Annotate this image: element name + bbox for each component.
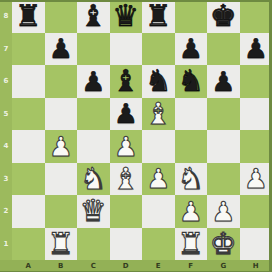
square-f7[interactable]: ♟ [175,33,208,66]
square-f8[interactable] [175,0,208,33]
chess-board-frame: ♜♝♛♜♚♟♟♟♟♝♞♞♟♟♝♟♟♞♝♟♞♟♛♟♟♜♜♚ 87654321 AB… [0,0,272,272]
square-d2[interactable] [110,195,143,228]
piece-white-pawn[interactable]: ♟ [179,198,203,225]
square-c3[interactable]: ♞ [77,163,110,196]
square-g3[interactable] [207,163,240,196]
rank-coordinates: 87654321 [0,0,12,260]
board-border-top [0,0,272,2]
piece-white-rook[interactable]: ♜ [177,229,204,259]
piece-black-bishop[interactable]: ♝ [112,66,139,96]
piece-white-rook[interactable]: ♜ [47,229,74,259]
piece-black-pawn[interactable]: ♟ [211,68,235,95]
square-g6[interactable]: ♟ [207,65,240,98]
piece-white-king[interactable]: ♚ [210,229,237,259]
square-f4[interactable] [175,130,208,163]
piece-black-pawn[interactable]: ♟ [179,35,203,62]
board-border-right [269,0,272,272]
piece-white-pawn[interactable]: ♟ [211,198,235,225]
square-e3[interactable]: ♟ [142,163,175,196]
rank-label-1: 1 [0,228,12,261]
piece-white-knight[interactable]: ♞ [80,164,107,194]
square-b8[interactable] [45,0,78,33]
square-d1[interactable] [110,228,143,261]
square-g4[interactable] [207,130,240,163]
piece-black-pawn[interactable]: ♟ [244,35,268,62]
square-a5[interactable] [12,98,45,131]
square-d6[interactable]: ♝ [110,65,143,98]
chess-board: ♜♝♛♜♚♟♟♟♟♝♞♞♟♟♝♟♟♞♝♟♞♟♛♟♟♜♜♚ [12,0,272,260]
square-c8[interactable]: ♝ [77,0,110,33]
piece-black-rook[interactable]: ♜ [145,1,172,31]
rank-label-6: 6 [0,65,12,98]
piece-black-knight[interactable]: ♞ [145,66,172,96]
square-h2[interactable] [240,195,273,228]
square-c7[interactable] [77,33,110,66]
square-e2[interactable] [142,195,175,228]
square-h3[interactable]: ♟ [240,163,273,196]
piece-black-knight[interactable]: ♞ [177,66,204,96]
rank-label-3: 3 [0,163,12,196]
rank-label-7: 7 [0,33,12,66]
square-a4[interactable] [12,130,45,163]
piece-black-pawn[interactable]: ♟ [81,68,105,95]
square-g5[interactable] [207,98,240,131]
square-b2[interactable] [45,195,78,228]
square-b4[interactable]: ♟ [45,130,78,163]
piece-white-pawn[interactable]: ♟ [49,133,73,160]
square-c1[interactable] [77,228,110,261]
piece-white-knight[interactable]: ♞ [177,164,204,194]
rank-label-2: 2 [0,195,12,228]
piece-white-pawn[interactable]: ♟ [146,165,170,192]
piece-white-bishop[interactable]: ♝ [145,99,172,129]
square-e6[interactable]: ♞ [142,65,175,98]
square-e5[interactable]: ♝ [142,98,175,131]
square-d7[interactable] [110,33,143,66]
piece-white-queen[interactable]: ♛ [80,196,107,226]
square-h4[interactable] [240,130,273,163]
piece-white-bishop[interactable]: ♝ [112,164,139,194]
piece-white-pawn[interactable]: ♟ [114,133,138,160]
square-h8[interactable] [240,0,273,33]
square-e8[interactable]: ♜ [142,0,175,33]
square-f1[interactable]: ♜ [175,228,208,261]
square-h7[interactable]: ♟ [240,33,273,66]
square-g1[interactable]: ♚ [207,228,240,261]
square-a7[interactable] [12,33,45,66]
piece-black-bishop[interactable]: ♝ [80,1,107,31]
square-f6[interactable]: ♞ [175,65,208,98]
square-c6[interactable]: ♟ [77,65,110,98]
piece-white-pawn[interactable]: ♟ [244,165,268,192]
square-a3[interactable] [12,163,45,196]
piece-black-king[interactable]: ♚ [210,1,237,31]
square-b6[interactable] [45,65,78,98]
square-g2[interactable]: ♟ [207,195,240,228]
square-f5[interactable] [175,98,208,131]
square-e7[interactable] [142,33,175,66]
piece-black-pawn[interactable]: ♟ [49,35,73,62]
square-b1[interactable]: ♜ [45,228,78,261]
square-a8[interactable]: ♜ [12,0,45,33]
square-e1[interactable] [142,228,175,261]
square-d4[interactable]: ♟ [110,130,143,163]
piece-black-queen[interactable]: ♛ [112,1,139,31]
square-h1[interactable] [240,228,273,261]
square-e4[interactable] [142,130,175,163]
rank-label-8: 8 [0,0,12,33]
square-a6[interactable] [12,65,45,98]
square-d5[interactable]: ♟ [110,98,143,131]
piece-black-pawn[interactable]: ♟ [114,100,138,127]
square-c4[interactable] [77,130,110,163]
rank-label-4: 4 [0,130,12,163]
square-c5[interactable] [77,98,110,131]
rank-label-5: 5 [0,98,12,131]
square-c2[interactable]: ♛ [77,195,110,228]
square-b5[interactable] [45,98,78,131]
square-h5[interactable] [240,98,273,131]
square-g7[interactable] [207,33,240,66]
square-b7[interactable]: ♟ [45,33,78,66]
square-f3[interactable]: ♞ [175,163,208,196]
square-b3[interactable] [45,163,78,196]
square-a1[interactable] [12,228,45,261]
piece-black-rook[interactable]: ♜ [15,1,42,31]
square-h6[interactable] [240,65,273,98]
square-a2[interactable] [12,195,45,228]
square-g8[interactable]: ♚ [207,0,240,33]
square-f2[interactable]: ♟ [175,195,208,228]
square-d8[interactable]: ♛ [110,0,143,33]
square-d3[interactable]: ♝ [110,163,143,196]
